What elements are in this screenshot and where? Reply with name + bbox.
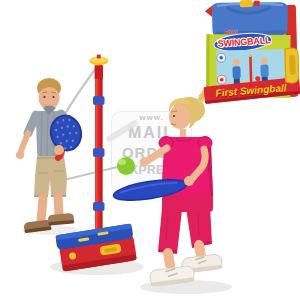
girl-right-hand	[184, 176, 194, 186]
girl-left-arm	[140, 148, 168, 167]
boy-shorts	[34, 156, 67, 197]
boy-head	[37, 78, 61, 110]
pole-connector	[93, 96, 105, 105]
girl-pants	[158, 195, 213, 254]
box-top-clasp	[240, 0, 253, 7]
pole-connector	[93, 148, 105, 157]
pole-connector	[93, 202, 105, 211]
box-red-shell	[205, 5, 213, 17]
product-photo: www. MAIL ORDER EXPRESS .com	[0, 0, 300, 300]
girl-left-hand	[140, 158, 149, 167]
tether-ball	[117, 157, 135, 175]
swingball-pole	[89, 55, 108, 238]
box-side-handle	[285, 48, 299, 83]
boy-hand	[54, 145, 64, 155]
